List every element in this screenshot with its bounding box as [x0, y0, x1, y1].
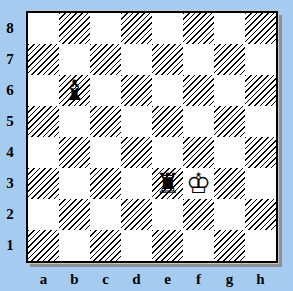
- square-b4[interactable]: [59, 137, 90, 168]
- rank-label-4: 4: [0, 137, 20, 168]
- square-b8[interactable]: [59, 13, 90, 44]
- square-b5[interactable]: [59, 106, 90, 137]
- white-king[interactable]: ♔: [186, 168, 211, 199]
- chess-board: ♝♜♔: [26, 11, 278, 263]
- square-c1[interactable]: [90, 230, 121, 261]
- square-a5[interactable]: [28, 106, 59, 137]
- rank-label-5: 5: [0, 106, 20, 137]
- square-c7[interactable]: [90, 44, 121, 75]
- rank-labels: 87654321: [0, 13, 26, 261]
- square-c5[interactable]: [90, 106, 121, 137]
- square-g3[interactable]: [214, 168, 245, 199]
- file-label-d: d: [121, 267, 152, 291]
- square-f1[interactable]: [183, 230, 214, 261]
- file-label-h: h: [245, 267, 276, 291]
- rank-label-7: 7: [0, 44, 20, 75]
- square-h7[interactable]: [245, 44, 276, 75]
- square-c4[interactable]: [90, 137, 121, 168]
- square-g5[interactable]: [214, 106, 245, 137]
- square-e6[interactable]: [152, 75, 183, 106]
- square-d5[interactable]: [121, 106, 152, 137]
- square-g8[interactable]: [214, 13, 245, 44]
- square-f7[interactable]: [183, 44, 214, 75]
- black-rook[interactable]: ♜: [155, 168, 180, 199]
- file-label-f: f: [183, 267, 214, 291]
- square-a8[interactable]: [28, 13, 59, 44]
- square-d8[interactable]: [121, 13, 152, 44]
- square-d7[interactable]: [121, 44, 152, 75]
- square-b6[interactable]: ♝: [59, 75, 90, 106]
- square-a7[interactable]: [28, 44, 59, 75]
- square-b2[interactable]: [59, 199, 90, 230]
- square-e5[interactable]: [152, 106, 183, 137]
- square-e1[interactable]: [152, 230, 183, 261]
- square-h1[interactable]: [245, 230, 276, 261]
- rank-label-2: 2: [0, 199, 20, 230]
- file-label-c: c: [90, 267, 121, 291]
- square-f8[interactable]: [183, 13, 214, 44]
- square-a2[interactable]: [28, 199, 59, 230]
- black-bishop[interactable]: ♝: [62, 75, 87, 106]
- square-c3[interactable]: [90, 168, 121, 199]
- square-e3[interactable]: ♜: [152, 168, 183, 199]
- square-h4[interactable]: [245, 137, 276, 168]
- square-h6[interactable]: [245, 75, 276, 106]
- file-label-e: e: [152, 267, 183, 291]
- square-h2[interactable]: [245, 199, 276, 230]
- square-a3[interactable]: [28, 168, 59, 199]
- square-e4[interactable]: [152, 137, 183, 168]
- square-g6[interactable]: [214, 75, 245, 106]
- square-e2[interactable]: [152, 199, 183, 230]
- file-labels: abcdefgh: [28, 267, 276, 291]
- square-b7[interactable]: [59, 44, 90, 75]
- square-f2[interactable]: [183, 199, 214, 230]
- square-d3[interactable]: [121, 168, 152, 199]
- square-f6[interactable]: [183, 75, 214, 106]
- square-g7[interactable]: [214, 44, 245, 75]
- square-c6[interactable]: [90, 75, 121, 106]
- square-f4[interactable]: [183, 137, 214, 168]
- square-d6[interactable]: [121, 75, 152, 106]
- square-a6[interactable]: [28, 75, 59, 106]
- square-g4[interactable]: [214, 137, 245, 168]
- square-f5[interactable]: [183, 106, 214, 137]
- square-b1[interactable]: [59, 230, 90, 261]
- square-g1[interactable]: [214, 230, 245, 261]
- rank-label-3: 3: [0, 168, 20, 199]
- file-label-b: b: [59, 267, 90, 291]
- square-g2[interactable]: [214, 199, 245, 230]
- square-d4[interactable]: [121, 137, 152, 168]
- square-e7[interactable]: [152, 44, 183, 75]
- square-d2[interactable]: [121, 199, 152, 230]
- square-d1[interactable]: [121, 230, 152, 261]
- file-label-g: g: [214, 267, 245, 291]
- square-c8[interactable]: [90, 13, 121, 44]
- square-h5[interactable]: [245, 106, 276, 137]
- square-h3[interactable]: [245, 168, 276, 199]
- rank-label-1: 1: [0, 230, 20, 261]
- square-f3[interactable]: ♔: [183, 168, 214, 199]
- square-h8[interactable]: [245, 13, 276, 44]
- square-a4[interactable]: [28, 137, 59, 168]
- square-b3[interactable]: [59, 168, 90, 199]
- square-c2[interactable]: [90, 199, 121, 230]
- square-e8[interactable]: [152, 13, 183, 44]
- file-label-a: a: [28, 267, 59, 291]
- rank-label-6: 6: [0, 75, 20, 106]
- square-a1[interactable]: [28, 230, 59, 261]
- rank-label-8: 8: [0, 13, 20, 44]
- diagram-background: 87654321 ♝♜♔ abcdefgh: [0, 0, 293, 291]
